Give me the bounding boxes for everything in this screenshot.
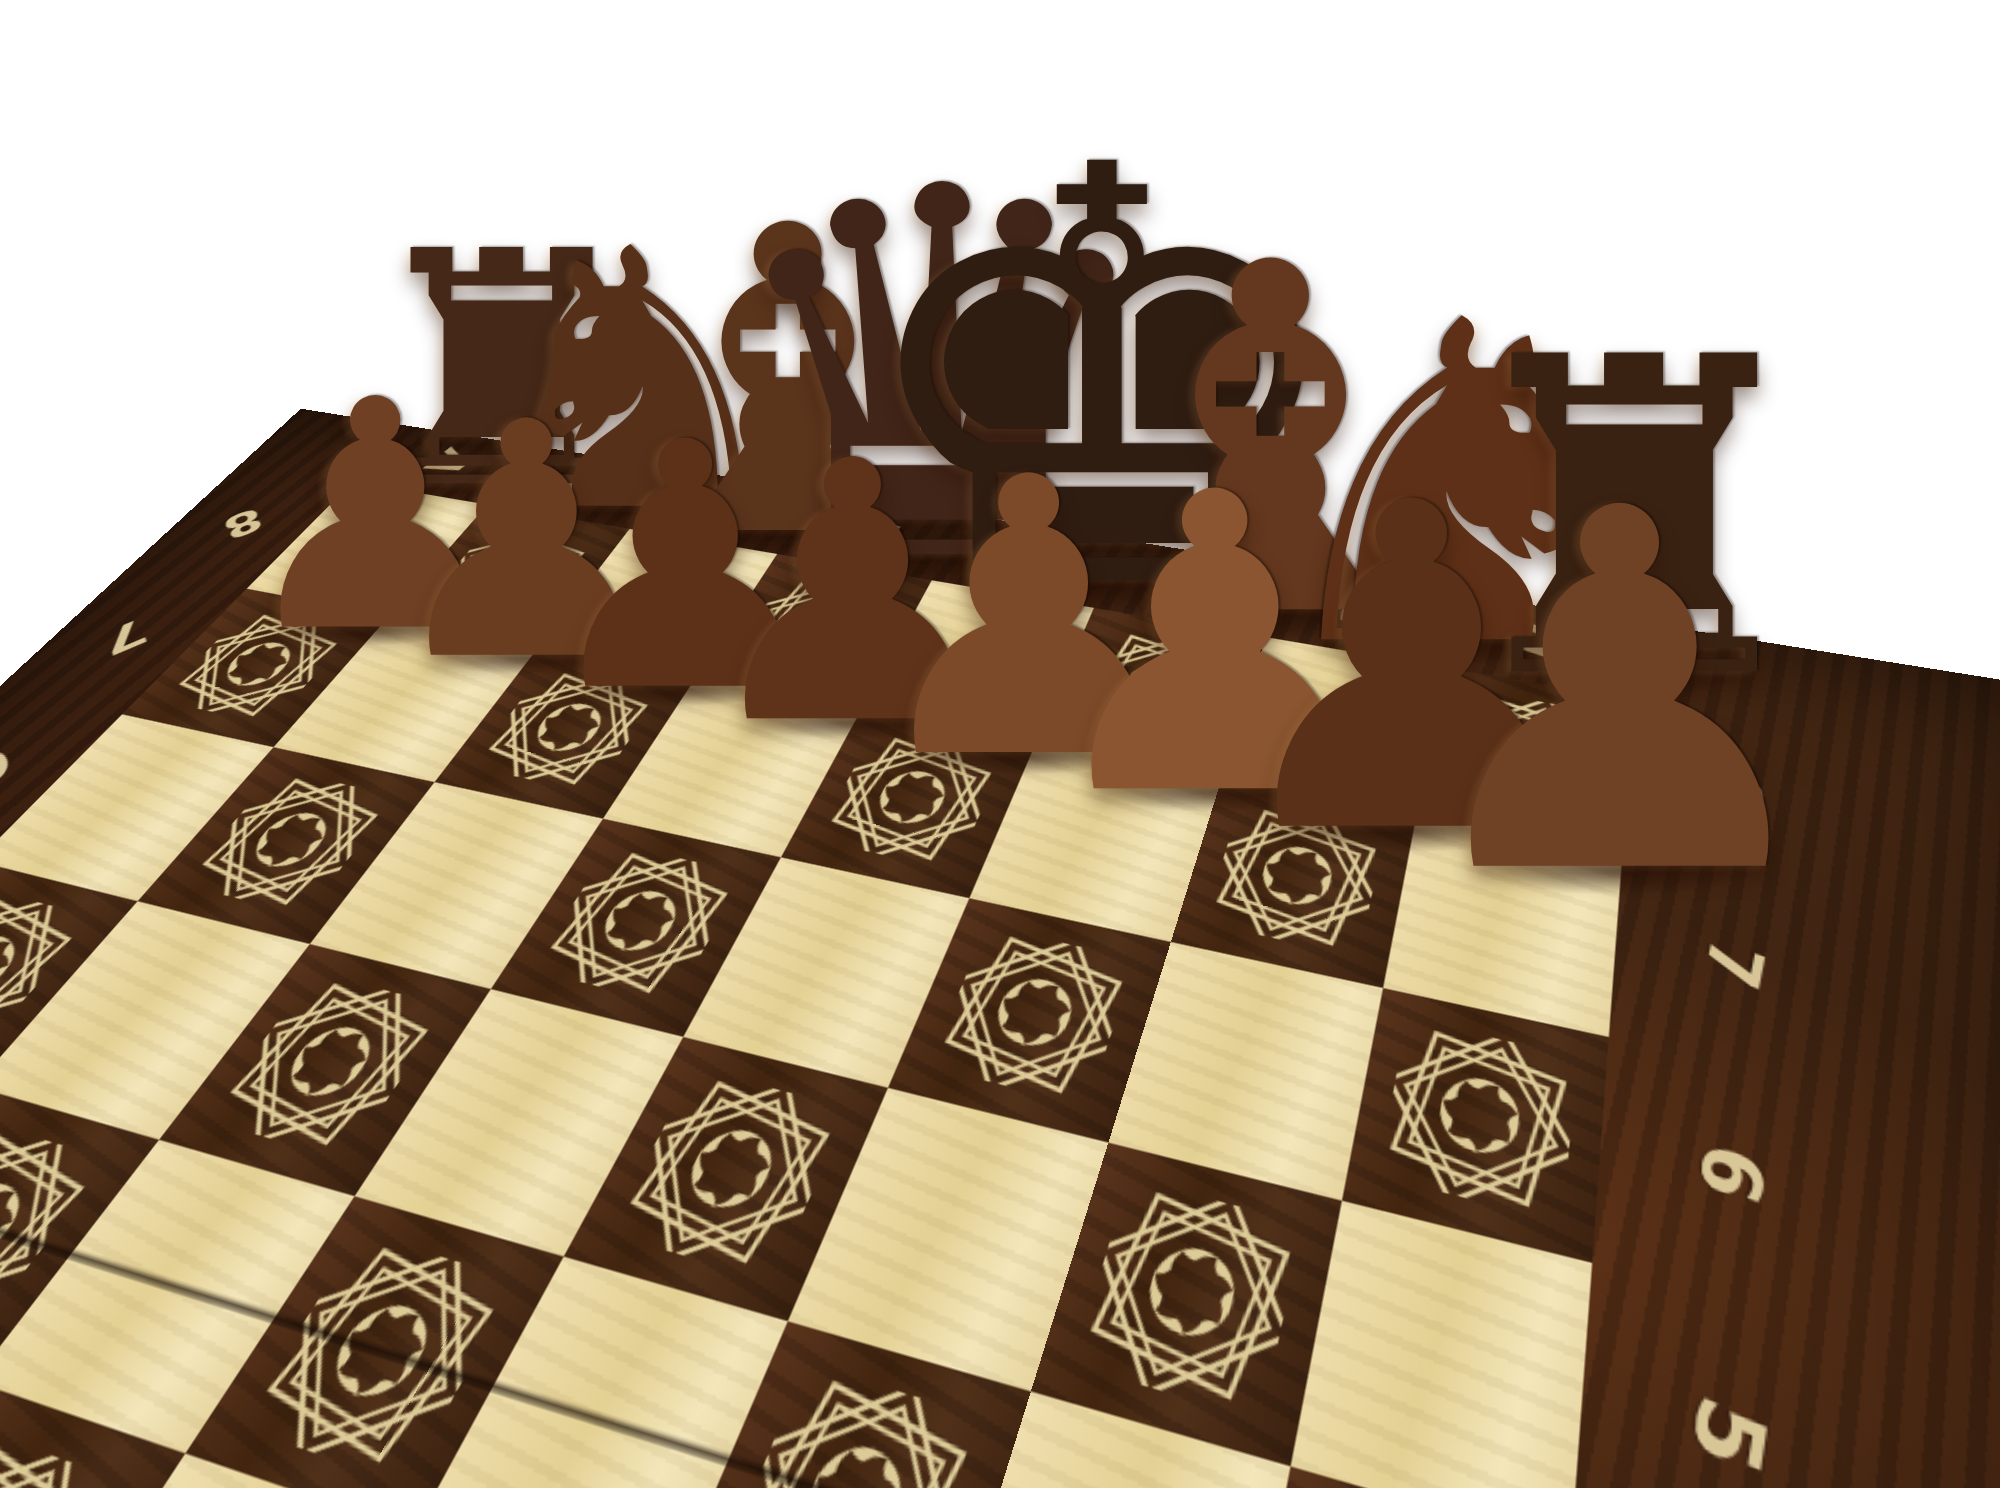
rank-label-left-7: 7: [99, 610, 153, 664]
rank-label-right-5: 5: [1671, 1383, 1786, 1488]
eternity-motif-icon: [0, 1426, 130, 1488]
eternity-motif-icon: [928, 926, 1136, 1106]
eternity-motif-icon: [1379, 1019, 1577, 1222]
eternity-motif-icon: [1073, 1179, 1303, 1418]
piece-pawn-h8[interactable]: ♟: [1397, 445, 1843, 942]
rank-label-right-6: 6: [1680, 1132, 1782, 1217]
rank-label-left-6: 6: [0, 738, 16, 801]
chess-photo-stage: ABCDEFGH8765432187654321 ♜♞♝♛♚♝♞♜♟♟♟♟♟♟♟…: [0, 0, 2000, 1488]
